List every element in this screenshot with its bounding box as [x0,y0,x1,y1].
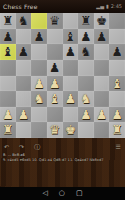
undo-move-button[interactable]: ↶ [4,144,9,150]
square-a1[interactable]: ♜ [0,122,16,138]
square-e2[interactable] [63,107,79,123]
square-c1[interactable] [31,122,47,138]
status-bar: Chess Free ▂▄ ▮ 2:45 [0,0,125,13]
black-king: ♚ [96,13,107,29]
square-g6[interactable] [94,44,110,60]
square-c3[interactable]: ♞ [31,91,47,107]
square-f3[interactable]: ♞ [78,91,94,107]
status-icons: ▂▄ ▮ 2:45 [96,4,122,9]
black-pawn: ♟ [65,44,76,60]
white-bishop: ♝ [49,91,60,107]
square-b1[interactable] [16,122,32,138]
white-pawn: ♟ [65,91,76,107]
white-knight: ♞ [33,91,44,107]
white-king: ♚ [65,122,76,138]
game-toolbar: ↶ ↷ ⓘ ☰ [0,142,125,151]
redo-move-button[interactable]: ↷ [19,144,24,150]
square-f1[interactable] [78,122,94,138]
battery-icon: ▮ [106,4,109,9]
square-h8[interactable] [109,13,125,29]
black-pawn: ♟ [33,29,44,45]
square-a3[interactable] [0,91,16,107]
square-e6[interactable]: ♟ [63,44,79,60]
square-c7[interactable]: ♟ [31,29,47,45]
square-b3[interactable] [16,91,32,107]
white-rook: ♜ [112,122,123,138]
square-f8[interactable]: ♜ [78,13,94,29]
square-h7[interactable] [109,29,125,45]
square-a7[interactable]: ♟ [0,29,16,45]
square-e7[interactable]: ♝ [63,29,79,45]
square-e3[interactable]: ♟ [63,91,79,107]
square-b6[interactable]: ♟ [16,44,32,60]
square-h5[interactable] [109,60,125,76]
square-d4[interactable]: ♟ [47,76,63,92]
white-pawn: ♟ [80,107,91,123]
square-g7[interactable]: ♟ [94,29,110,45]
square-e5[interactable] [63,60,79,76]
signal-icon: ▂▄ [96,4,104,9]
white-pawn: ♟ [112,107,123,123]
square-g1[interactable] [94,122,110,138]
black-rook: ♜ [2,13,13,29]
white-pawn: ♟ [2,107,13,123]
white-rook: ♜ [2,122,13,138]
square-d8[interactable]: ♛ [47,13,63,29]
square-e1[interactable]: ♚ [63,122,79,138]
square-c4[interactable]: ♟ [31,76,47,92]
square-b7[interactable] [16,29,32,45]
chess-board: ♜♞♛♜♚♟♟♝♟♟♝♟♟♞♟♟♟♟♝♞♝♟♞♟♟♟♟♟♜♛♚♜ [0,13,125,138]
square-f4[interactable] [78,76,94,92]
black-pawn: ♟ [49,60,60,76]
back-button[interactable]: ◁ [42,190,47,197]
square-d1[interactable]: ♛ [47,122,63,138]
square-h3[interactable] [109,91,125,107]
chess-app-screen: Chess Free ▂▄ ▮ 2:45 ♜♞♛♜♚♟♟♝♟♟♝♟♟♞♟♟♟♟♝… [0,0,125,200]
analysis-panel: 8: ... Bc8-a6 9. c4xd5 e6xd5 10. Qd1-a4 … [3,153,122,163]
square-g5[interactable] [94,60,110,76]
square-g3[interactable] [94,91,110,107]
square-a5[interactable] [0,60,16,76]
square-d3[interactable]: ♝ [47,91,63,107]
square-h2[interactable]: ♟ [109,107,125,123]
square-f6[interactable]: ♞ [78,44,94,60]
square-d6[interactable] [47,44,63,60]
square-f2[interactable]: ♟ [78,107,94,123]
white-pawn: ♟ [49,76,60,92]
square-a2[interactable]: ♟ [0,107,16,123]
square-b4[interactable] [16,76,32,92]
black-bishop: ♝ [65,29,76,45]
white-queen: ♛ [49,122,60,138]
white-knight: ♞ [80,91,91,107]
square-b5[interactable] [16,60,32,76]
square-d7[interactable] [47,29,63,45]
black-pawn: ♟ [2,29,13,45]
black-knight: ♞ [18,13,29,29]
black-pawn: ♟ [112,44,123,60]
black-bishop: ♝ [2,44,13,60]
square-g4[interactable] [94,76,110,92]
square-d2[interactable] [47,107,63,123]
app-title: Chess Free [3,3,38,10]
white-bishop: ♝ [112,76,123,92]
square-c2[interactable] [31,107,47,123]
square-e8[interactable] [63,13,79,29]
black-queen: ♛ [49,13,60,29]
white-pawn: ♟ [18,107,29,123]
square-f5[interactable] [78,60,94,76]
square-f7[interactable]: ♟ [78,29,94,45]
square-c6[interactable] [31,44,47,60]
white-pawn: ♟ [96,107,107,123]
square-a8[interactable]: ♜ [0,13,16,29]
black-rook: ♜ [80,13,91,29]
square-c5[interactable] [31,60,47,76]
info-button[interactable]: ⓘ [34,144,40,150]
square-g2[interactable]: ♟ [94,107,110,123]
home-button[interactable]: ○ [59,190,65,197]
black-pawn: ♟ [18,44,29,60]
square-c8[interactable] [31,13,47,29]
black-pawn: ♟ [80,29,91,45]
recents-button[interactable]: ▢ [76,190,83,197]
square-a6[interactable]: ♝ [0,44,16,60]
square-g8[interactable]: ♚ [94,13,110,29]
square-e4[interactable] [63,76,79,92]
menu-button[interactable]: ☰ [116,144,121,150]
square-h1[interactable]: ♜ [109,122,125,138]
white-pawn: ♟ [33,76,44,92]
square-a4[interactable] [0,76,16,92]
status-time: 2:45 [111,4,122,9]
square-b8[interactable]: ♞ [16,13,32,29]
square-h4[interactable]: ♝ [109,76,125,92]
square-d5[interactable]: ♟ [47,60,63,76]
analysis-line-2: 9. c4xd5 e6xd5 10. Qd1-a4 Qd8-d7 11. Qa4… [3,158,122,163]
black-knight: ♞ [80,44,91,60]
android-nav-bar: ◁ ○ ▢ [0,187,125,200]
black-pawn: ♟ [96,29,107,45]
square-h6[interactable]: ♟ [109,44,125,60]
square-b2[interactable]: ♟ [16,107,32,123]
